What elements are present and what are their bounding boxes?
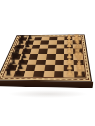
decorative-border-band: ♜♟♟♜♞♟♟♞♝♟♟♝♛♟♟♛♚♟♟♚♝♟♟♝♞♟♟♞♜♟♟♜ (0, 35, 92, 82)
piece-black-pawn: ♟ (15, 69, 22, 77)
square: ♟ (64, 65, 74, 71)
square (47, 49, 56, 54)
piece-black-rook: ♜ (5, 68, 13, 77)
square: ♜ (74, 71, 85, 77)
board-grid: ♜♟♟♜♞♟♟♞♝♟♟♝♛♟♟♛♚♟♟♚♝♟♟♝♞♟♟♞♜♟♟♜ (3, 37, 85, 78)
board-scene: ♜♟♟♜♞♟♟♞♝♟♟♝♛♟♟♛♚♟♟♚♝♟♟♝♞♟♟♞♜♟♟♜ (7, 14, 87, 94)
chess-set-photo: ♜♟♟♜♞♟♟♞♝♟♟♝♛♟♟♛♚♟♟♚♝♟♟♝♞♟♟♞♜♟♟♜ (0, 0, 95, 126)
piece-black-king: ♚ (11, 50, 20, 60)
square (54, 71, 64, 77)
piece-white-pawn: ♟ (65, 69, 73, 77)
square (43, 71, 54, 77)
square: ♟ (64, 49, 73, 54)
square: ♚ (11, 54, 22, 60)
board-front-edge (0, 80, 93, 88)
chess-board: ♜♟♟♜♞♟♟♞♝♟♟♝♛♟♟♛♚♟♟♚♝♟♟♝♞♟♟♞♜♟♟♜ (0, 35, 92, 82)
square: ♟ (64, 71, 74, 77)
piece-white-king: ♚ (73, 50, 83, 61)
square (30, 49, 40, 54)
